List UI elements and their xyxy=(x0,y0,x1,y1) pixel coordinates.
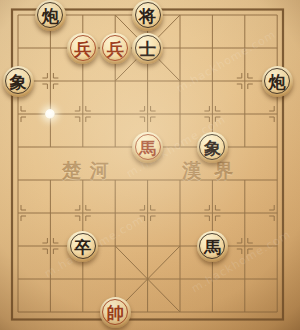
piece-glyph: 象 xyxy=(10,73,27,90)
piece-glyph: 士 xyxy=(139,40,156,57)
piece-black-cannon[interactable]: 炮 xyxy=(262,66,293,97)
piece-red-soldier[interactable]: 兵 xyxy=(100,33,131,64)
piece-black-elephant[interactable]: 象 xyxy=(3,66,34,97)
piece-black-cannon[interactable]: 炮 xyxy=(35,0,66,31)
piece-glyph: 炮 xyxy=(269,73,286,90)
piece-glyph: 兵 xyxy=(107,40,124,57)
piece-red-general[interactable]: 帥 xyxy=(100,297,131,328)
piece-glyph: 馬 xyxy=(139,139,156,156)
piece-red-horse[interactable]: 馬 xyxy=(132,132,163,163)
piece-red-soldier[interactable]: 兵 xyxy=(67,33,98,64)
piece-black-horse[interactable]: 馬 xyxy=(197,231,228,262)
xiangqi-board-screen: 楚河 漢界 m.hackhome.comm.hackhome.comm.hack… xyxy=(0,0,300,330)
piece-glyph: 馬 xyxy=(204,238,221,255)
piece-glyph: 炮 xyxy=(42,7,59,24)
piece-glyph: 帥 xyxy=(107,304,124,321)
piece-glyph: 卒 xyxy=(74,238,91,255)
piece-black-soldier[interactable]: 卒 xyxy=(67,231,98,262)
piece-black-elephant[interactable]: 象 xyxy=(197,132,228,163)
piece-glyph: 象 xyxy=(204,139,221,156)
piece-glyph: 兵 xyxy=(74,40,91,57)
piece-black-general[interactable]: 将 xyxy=(132,0,163,31)
piece-glyph: 将 xyxy=(139,7,156,24)
piece-black-advisor[interactable]: 士 xyxy=(132,33,163,64)
river-label-chu: 楚河 xyxy=(62,158,118,182)
